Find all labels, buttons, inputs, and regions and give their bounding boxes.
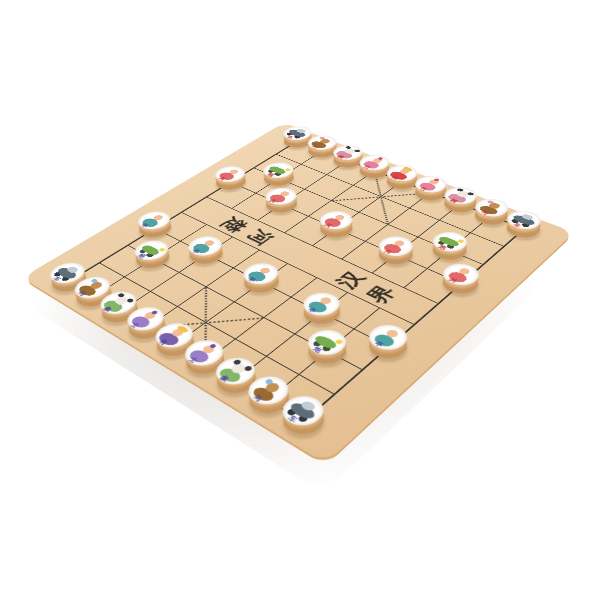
xiangqi-board: 楚河 汉界 No. 车马相仕帅仕相马车炮炮兵兵兵兵兵卒卒卒卒卒炮炮车马象士将士象… [22, 123, 574, 464]
photo-backdrop: 楚河 汉界 No. 车马相仕帅仕相马车炮炮兵兵兵兵兵卒卒卒卒卒炮炮车马象士将士象… [0, 0, 600, 600]
piece-red-chariot[interactable]: 车 [500, 216, 545, 242]
piece-black-soldier[interactable]: 卒 [183, 241, 229, 268]
palace-diagonal [374, 171, 389, 224]
piece-black-soldier[interactable]: 卒 [297, 298, 347, 330]
camera-rotation: 楚河 汉界 No. 车马相仕帅仕相马车炮炮兵兵兵兵兵卒卒卒卒卒炮炮车马象士将士象… [0, 0, 600, 600]
perspective-scene: 楚河 汉界 No. 车马相仕帅仕相马车炮炮兵兵兵兵兵卒卒卒卒卒炮炮车马象士将士象… [0, 0, 600, 600]
piece-black-chariot[interactable]: 车 [275, 400, 332, 441]
